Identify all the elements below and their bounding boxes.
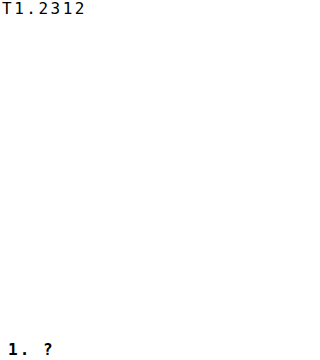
chess-puzzle-screen: T1.2312 1. ? [0,0,320,360]
move-prompt: 1. ? [8,339,55,360]
chess-board [0,17,320,337]
puzzle-id: T1.2312 [2,0,87,17]
